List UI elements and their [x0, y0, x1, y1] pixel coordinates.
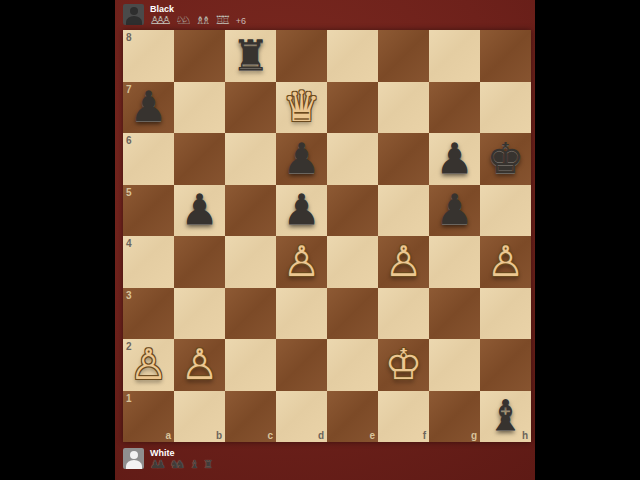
square-f4[interactable]: ♙	[378, 236, 429, 288]
square-a2[interactable]: 2♙	[123, 339, 174, 391]
file-label-g: g	[471, 430, 477, 441]
square-b8[interactable]	[174, 30, 225, 82]
white-pawn-f4[interactable]: ♙	[378, 236, 429, 288]
captured-group-0: ♟♟	[150, 459, 166, 470]
square-e8[interactable]	[327, 30, 378, 82]
square-a7[interactable]: 7♟	[123, 82, 174, 134]
square-e6[interactable]	[327, 133, 378, 185]
black-pawn-a7[interactable]: ♟	[123, 82, 174, 134]
square-h5[interactable]	[480, 185, 531, 237]
square-f6[interactable]	[378, 133, 429, 185]
square-a5[interactable]: 5	[123, 185, 174, 237]
captured-group-1: ♞♞	[170, 459, 186, 470]
white-player-name: White	[150, 448, 213, 458]
black-pawn-g6[interactable]: ♟	[429, 133, 480, 185]
square-c1[interactable]: c	[225, 391, 276, 443]
white-player-avatar[interactable]	[123, 448, 144, 469]
square-c3[interactable]	[225, 288, 276, 340]
square-g5[interactable]: ♟	[429, 185, 480, 237]
square-g1[interactable]: g	[429, 391, 480, 443]
square-b3[interactable]	[174, 288, 225, 340]
black-pawn-d5[interactable]: ♟	[276, 185, 327, 237]
square-b5[interactable]: ♟	[174, 185, 225, 237]
rank-label-4: 4	[126, 238, 132, 249]
app-window: Black ♙♙♙♘♘♗♗♖♖+6 8♜7♟♛6♟♟♚5♟♟♟4♙♙♙32♙♙♔…	[0, 0, 640, 480]
square-d7[interactable]: ♛	[276, 82, 327, 134]
square-a1[interactable]: 1a	[123, 391, 174, 443]
black-pawn-d6[interactable]: ♟	[276, 133, 327, 185]
square-e4[interactable]	[327, 236, 378, 288]
black-rook-c8[interactable]: ♜	[225, 30, 276, 82]
square-h6[interactable]: ♚	[480, 133, 531, 185]
square-e2[interactable]	[327, 339, 378, 391]
file-label-f: f	[423, 430, 426, 441]
square-h1[interactable]: h♝	[480, 391, 531, 443]
rank-label-1: 1	[126, 393, 132, 404]
square-e1[interactable]: e	[327, 391, 378, 443]
captured-group-0: ♙♙♙	[150, 15, 172, 26]
captured-group-2: ♝	[189, 459, 199, 470]
black-pawn-g5[interactable]: ♟	[429, 185, 480, 237]
square-g4[interactable]	[429, 236, 480, 288]
square-d2[interactable]	[276, 339, 327, 391]
rank-label-5: 5	[126, 187, 132, 198]
square-g3[interactable]	[429, 288, 480, 340]
square-f5[interactable]	[378, 185, 429, 237]
game-stage: Black ♙♙♙♘♘♗♗♖♖+6 8♜7♟♛6♟♟♚5♟♟♟4♙♙♙32♙♙♔…	[115, 0, 535, 480]
square-c6[interactable]	[225, 133, 276, 185]
square-a4[interactable]: 4	[123, 236, 174, 288]
square-a3[interactable]: 3	[123, 288, 174, 340]
captured-group-3: ♖♖	[215, 15, 231, 26]
white-queen-d7[interactable]: ♛	[276, 82, 327, 134]
white-pawn-h4[interactable]: ♙	[480, 236, 531, 288]
square-b4[interactable]	[174, 236, 225, 288]
white-player-bar: White ♟♟♞♞♝♜	[123, 448, 213, 474]
black-player-name: Black	[150, 4, 246, 14]
file-label-b: b	[216, 430, 222, 441]
rank-label-7: 7	[126, 84, 132, 95]
square-f7[interactable]	[378, 82, 429, 134]
file-label-a: a	[165, 430, 171, 441]
square-d3[interactable]	[276, 288, 327, 340]
black-captured-pieces: ♙♙♙♘♘♗♗♖♖+6	[150, 15, 246, 26]
square-g7[interactable]	[429, 82, 480, 134]
square-e5[interactable]	[327, 185, 378, 237]
material-score: +6	[236, 16, 246, 26]
file-label-e: e	[369, 430, 375, 441]
chess-board[interactable]: 8♜7♟♛6♟♟♚5♟♟♟4♙♙♙32♙♙♔1abcdefgh♝	[123, 30, 531, 442]
white-pawn-b2[interactable]: ♙	[174, 339, 225, 391]
white-king-f2[interactable]: ♔	[378, 339, 429, 391]
white-pawn-d4[interactable]: ♙	[276, 236, 327, 288]
square-f1[interactable]: f	[378, 391, 429, 443]
rank-label-2: 2	[126, 341, 132, 352]
square-h7[interactable]	[480, 82, 531, 134]
square-c8[interactable]: ♜	[225, 30, 276, 82]
square-h4[interactable]: ♙	[480, 236, 531, 288]
square-g6[interactable]: ♟	[429, 133, 480, 185]
file-label-c: c	[267, 430, 273, 441]
white-pawn-a2[interactable]: ♙	[123, 339, 174, 391]
black-player-bar: Black ♙♙♙♘♘♗♗♖♖+6	[123, 4, 246, 30]
square-f8[interactable]	[378, 30, 429, 82]
black-bishop-h1[interactable]: ♝	[480, 391, 531, 443]
square-d8[interactable]	[276, 30, 327, 82]
square-d1[interactable]: d	[276, 391, 327, 443]
square-a8[interactable]: 8	[123, 30, 174, 82]
captured-group-1: ♘♘	[176, 15, 192, 26]
square-h2[interactable]	[480, 339, 531, 391]
square-c2[interactable]	[225, 339, 276, 391]
black-player-avatar[interactable]	[123, 4, 144, 25]
square-d4[interactable]: ♙	[276, 236, 327, 288]
square-c5[interactable]	[225, 185, 276, 237]
square-c7[interactable]	[225, 82, 276, 134]
square-b6[interactable]	[174, 133, 225, 185]
square-c4[interactable]	[225, 236, 276, 288]
captured-group-3: ♜	[203, 459, 213, 470]
square-f3[interactable]	[378, 288, 429, 340]
black-pawn-b5[interactable]: ♟	[174, 185, 225, 237]
square-e3[interactable]	[327, 288, 378, 340]
square-d6[interactable]: ♟	[276, 133, 327, 185]
square-h3[interactable]	[480, 288, 531, 340]
rank-label-6: 6	[126, 135, 132, 146]
square-e7[interactable]	[327, 82, 378, 134]
captured-group-2: ♗♗	[195, 15, 211, 26]
file-label-d: d	[318, 430, 324, 441]
square-b2[interactable]: ♙	[174, 339, 225, 391]
black-king-h6[interactable]: ♚	[480, 133, 531, 185]
square-f2[interactable]: ♔	[378, 339, 429, 391]
rank-label-8: 8	[126, 32, 132, 43]
square-b1[interactable]: b	[174, 391, 225, 443]
square-a6[interactable]: 6	[123, 133, 174, 185]
square-h8[interactable]	[480, 30, 531, 82]
square-g8[interactable]	[429, 30, 480, 82]
rank-label-3: 3	[126, 290, 132, 301]
square-d5[interactable]: ♟	[276, 185, 327, 237]
square-b7[interactable]	[174, 82, 225, 134]
square-g2[interactable]	[429, 339, 480, 391]
white-captured-pieces: ♟♟♞♞♝♜	[150, 459, 213, 470]
file-label-h: h	[522, 430, 528, 441]
